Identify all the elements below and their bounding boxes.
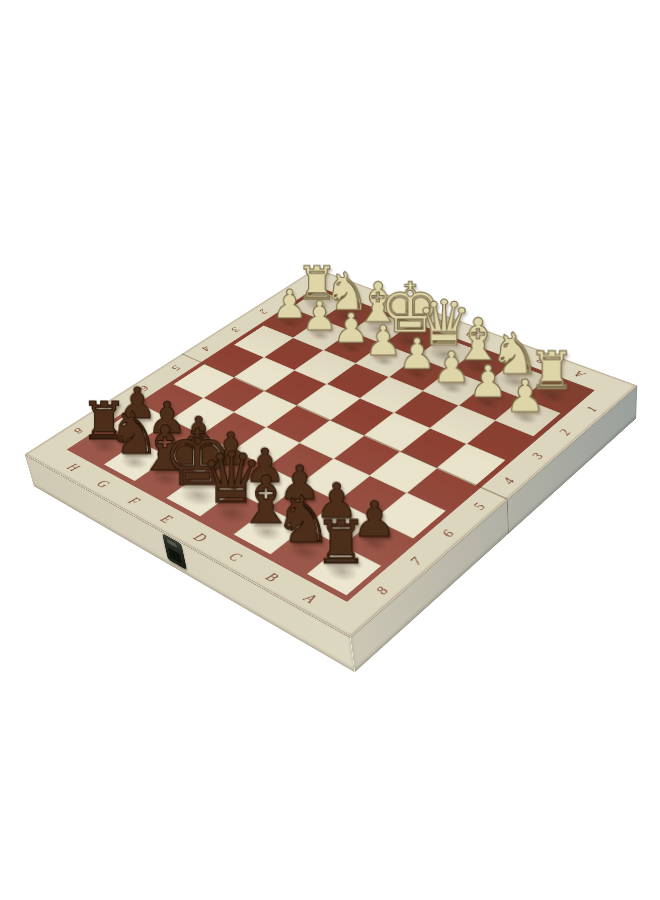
piece-layer: ♜♞♝♛♚♝♞♜♟♟♟♟♟♟♟♟♟♟♟♟♟♟♟♟♜♞♝♛♚♝♞♜ xyxy=(25,268,638,637)
black-rook-icon: ♜ xyxy=(272,513,410,573)
product-photo-stage: HGFEDCBA HGFEDCBA 12345678 12345678 ♜♞♝♛… xyxy=(0,0,660,900)
white-pawn-icon: ♟ xyxy=(464,374,587,419)
perspective-scene: HGFEDCBA HGFEDCBA 12345678 12345678 ♜♞♝♛… xyxy=(0,0,660,900)
fold-seam-side xyxy=(507,500,509,534)
